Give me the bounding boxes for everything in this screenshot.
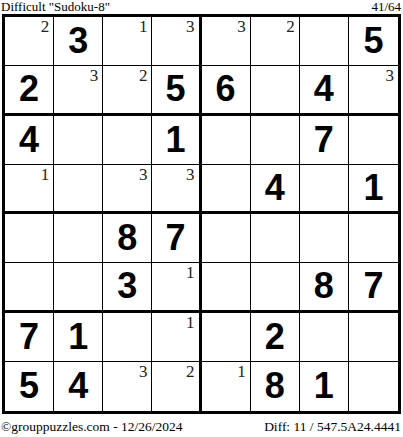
pencil-mark: 2 [139,67,148,84]
cell-r2c8[interactable]: 3 [349,66,398,115]
puzzle-page: Difficult "Sudoku-8" 41/64 2313325232564… [0,0,403,437]
cell-r4c6[interactable]: 4 [251,165,300,214]
cell-r4c3[interactable]: 3 [103,165,152,214]
cell-r2c7[interactable]: 4 [300,66,349,115]
cell-r5c6[interactable] [251,214,300,263]
given-digit: 1 [54,313,102,361]
given-digit: 4 [54,362,102,411]
cell-r1c2[interactable]: 3 [54,17,103,66]
cell-r2c5[interactable]: 6 [202,66,251,115]
cell-r1c3[interactable]: 1 [103,17,152,66]
given-digit: 5 [5,362,53,411]
cell-r7c5[interactable] [202,313,251,362]
cell-r5c4[interactable]: 7 [152,214,201,263]
given-digit: 3 [103,263,151,309]
copyright-date: ©grouppuzzles.com - 12/26/2024 [1,419,183,434]
cell-r3c5[interactable] [202,116,251,165]
given-digit: 1 [152,116,198,164]
cell-r1c4[interactable]: 3 [152,17,201,66]
cell-r6c6[interactable] [251,263,300,312]
cell-r1c7[interactable] [300,17,349,66]
cell-r5c1[interactable] [5,214,54,263]
cell-r7c4[interactable]: 1 [152,313,201,362]
cell-r7c7[interactable] [300,313,349,362]
pencil-mark: 3 [186,18,195,35]
cell-r2c2[interactable]: 3 [54,66,103,115]
given-digit: 5 [152,66,198,112]
given-digit: 7 [300,116,348,164]
pencil-mark: 1 [186,264,195,281]
puzzle-title: Difficult "Sudoku-8" [1,0,110,14]
cell-r8c2[interactable]: 4 [54,362,103,411]
cell-r8c1[interactable]: 5 [5,362,54,411]
given-digit: 5 [349,17,398,65]
cell-r1c6[interactable]: 2 [251,17,300,66]
given-digit: 1 [349,165,398,211]
cell-r1c8[interactable]: 5 [349,17,398,66]
given-digit: 7 [5,313,53,361]
cell-r3c7[interactable]: 7 [300,116,349,165]
cell-r6c1[interactable] [5,263,54,312]
given-digit: 7 [349,263,398,309]
pencil-mark: 3 [90,67,99,84]
footer: ©grouppuzzles.com - 12/26/2024 Diff: 11 … [0,419,403,434]
cell-r5c3[interactable]: 8 [103,214,152,263]
cell-r2c4[interactable]: 5 [152,66,201,115]
pencil-mark: 1 [139,18,148,35]
pencil-mark: 3 [386,67,395,84]
given-digit: 1 [300,362,348,411]
given-digit: 2 [5,66,53,112]
pencil-mark: 2 [41,18,50,35]
given-digit: 4 [300,66,348,112]
cell-r1c1[interactable]: 2 [5,17,54,66]
given-digit: 4 [5,116,53,164]
cell-r7c8[interactable] [349,313,398,362]
cell-r3c4[interactable]: 1 [152,116,201,165]
cell-r1c5[interactable]: 3 [202,17,251,66]
pencil-mark: 1 [186,314,195,331]
cell-r5c8[interactable] [349,214,398,263]
cell-r8c5[interactable]: 1 [202,362,251,411]
cell-r3c3[interactable] [103,116,152,165]
cell-r6c5[interactable] [202,263,251,312]
cell-r6c8[interactable]: 7 [349,263,398,312]
cell-r3c8[interactable] [349,116,398,165]
pencil-mark: 2 [186,363,195,380]
pencil-mark: 1 [237,363,246,380]
cell-r4c7[interactable] [300,165,349,214]
given-digit: 3 [54,17,102,65]
pencil-mark: 3 [186,166,195,183]
given-digit: 8 [251,362,299,411]
cell-r3c1[interactable]: 4 [5,116,54,165]
cell-r3c2[interactable] [54,116,103,165]
cell-r8c3[interactable]: 3 [103,362,152,411]
cell-r2c1[interactable]: 2 [5,66,54,115]
cell-r7c1[interactable]: 7 [5,313,54,362]
cell-r8c4[interactable]: 2 [152,362,201,411]
difficulty-code: Diff: 11 / 547.5A24.4441 [264,419,401,434]
cell-r7c6[interactable]: 2 [251,313,300,362]
header: Difficult "Sudoku-8" 41/64 [0,0,403,14]
given-digit: 7 [152,214,198,262]
given-digit: 8 [300,263,348,309]
cell-r8c6[interactable]: 8 [251,362,300,411]
cell-r4c1[interactable]: 1 [5,165,54,214]
cell-r4c8[interactable]: 1 [349,165,398,214]
cell-r7c2[interactable]: 1 [54,313,103,362]
cell-r5c7[interactable] [300,214,349,263]
pencil-mark: 3 [139,363,148,380]
cell-r4c5[interactable] [202,165,251,214]
cell-r6c7[interactable]: 8 [300,263,349,312]
pencil-mark: 1 [41,166,50,183]
pencil-mark: 3 [139,166,148,183]
cell-r2c3[interactable]: 2 [103,66,152,115]
given-digit: 4 [251,165,299,211]
cell-r6c4[interactable]: 1 [152,263,201,312]
cell-r3c6[interactable] [251,116,300,165]
cell-r2c6[interactable] [251,66,300,115]
page-indicator: 41/64 [371,0,401,14]
cell-r8c7[interactable]: 1 [300,362,349,411]
cell-r6c2[interactable] [54,263,103,312]
pencil-mark: 2 [286,18,295,35]
cell-r4c4[interactable]: 3 [152,165,201,214]
given-digit: 8 [103,214,151,262]
cell-r7c3[interactable] [103,313,152,362]
cell-r5c5[interactable] [202,214,251,263]
given-digit: 2 [251,313,299,361]
cell-r8c8[interactable] [349,362,398,411]
pencil-mark: 3 [237,18,246,35]
given-digit: 6 [202,66,250,112]
cell-r4c2[interactable] [54,165,103,214]
sudoku-board: 231332523256434171334187318771125432181 [2,14,401,414]
cell-r6c3[interactable]: 3 [103,263,152,312]
cell-r5c2[interactable] [54,214,103,263]
